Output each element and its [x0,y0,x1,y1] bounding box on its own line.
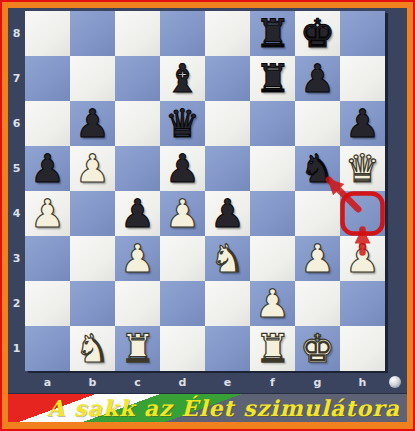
board-area: 87654321 ♜♚♝♜♟♟♛♟♟♟♟♞♛♟♟♟♟♟♞♟♟♟♞♜♜♚ abcd… [8,8,407,393]
square-f3 [250,236,295,281]
square-e7 [205,56,250,101]
piece-white-pawn-h3: ♟ [345,239,380,278]
square-f2: ♟ [250,281,295,326]
rank-label-6: 6 [8,101,25,146]
square-d8 [160,11,205,56]
square-a6 [25,101,70,146]
piece-white-rook-c1: ♜ [120,329,155,368]
square-b6: ♟ [70,101,115,146]
file-label-e: e [205,371,250,393]
poster-orange-frame: 87654321 ♜♚♝♜♟♟♛♟♟♟♟♞♛♟♟♟♟♟♞♟♟♟♞♜♜♚ abcd… [2,2,413,429]
square-e5 [205,146,250,191]
chess-diagram-poster: 87654321 ♜♚♝♜♟♟♛♟♟♟♟♞♛♟♟♟♟♟♞♟♟♟♞♜♜♚ abcd… [0,0,415,431]
piece-black-pawn-d5: ♟ [165,149,200,188]
rank-label-4: 4 [8,191,25,236]
square-g7: ♟ [295,56,340,101]
piece-black-pawn-c4: ♟ [120,194,155,233]
square-c6 [115,101,160,146]
square-a3 [25,236,70,281]
square-b5: ♟ [70,146,115,191]
piece-black-pawn-a5: ♟ [30,149,65,188]
piece-white-queen-h5: ♛ [345,149,380,188]
square-h4 [340,191,385,236]
square-e4: ♟ [205,191,250,236]
piece-white-knight-e3: ♞ [210,239,245,278]
file-label-f: f [250,371,295,393]
piece-white-king-g1: ♚ [300,329,335,368]
square-c8 [115,11,160,56]
square-a2 [25,281,70,326]
square-a4: ♟ [25,191,70,236]
square-g3: ♟ [295,236,340,281]
rank-label-3: 3 [8,236,25,281]
file-labels-row: abcdefgh [8,371,407,393]
piece-white-pawn-g3: ♟ [300,239,335,278]
file-label-c: c [115,371,160,393]
piece-white-knight-b1: ♞ [75,329,110,368]
caption-text: A sakk az Élet szimulátora [47,394,400,422]
square-g5: ♞ [295,146,340,191]
piece-white-pawn-f2: ♟ [255,284,290,323]
square-c5 [115,146,160,191]
square-h5: ♛ [340,146,385,191]
piece-black-knight-g5: ♞ [300,149,335,188]
rank-label-2: 2 [8,281,25,326]
square-b2 [70,281,115,326]
square-e3: ♞ [205,236,250,281]
file-label-h: h [340,371,385,393]
file-label-b: b [70,371,115,393]
file-label-a: a [25,371,70,393]
piece-black-pawn-b6: ♟ [75,104,110,143]
piece-white-pawn-a4: ♟ [30,194,65,233]
square-c2 [115,281,160,326]
piece-black-pawn-e4: ♟ [210,194,245,233]
piece-black-rook-f8: ♜ [255,14,290,53]
square-b4 [70,191,115,236]
square-a8 [25,11,70,56]
square-f5 [250,146,295,191]
square-h1 [340,326,385,371]
square-d3 [160,236,205,281]
square-c1: ♜ [115,326,160,371]
square-f1: ♜ [250,326,295,371]
piece-white-rook-f1: ♜ [255,329,290,368]
rank-label-5: 5 [8,146,25,191]
square-d5: ♟ [160,146,205,191]
square-b1: ♞ [70,326,115,371]
square-c7 [115,56,160,101]
piece-black-queen-d6: ♛ [165,104,200,143]
square-b3 [70,236,115,281]
rank-label-7: 7 [8,56,25,101]
chess-board: ♜♚♝♜♟♟♛♟♟♟♟♞♛♟♟♟♟♟♞♟♟♟♞♜♜♚ [25,11,385,371]
square-h3: ♟ [340,236,385,281]
square-a5: ♟ [25,146,70,191]
diagram-panel: 87654321 ♜♚♝♜♟♟♛♟♟♟♟♞♛♟♟♟♟♟♞♟♟♟♞♜♜♚ abcd… [8,8,407,422]
piece-white-pawn-d4: ♟ [165,194,200,233]
square-g8: ♚ [295,11,340,56]
square-a1 [25,326,70,371]
square-d1 [160,326,205,371]
file-label-g: g [295,371,340,393]
caption-bar: A sakk az Élet szimulátora [8,393,407,422]
file-label-d: d [160,371,205,393]
square-d4: ♟ [160,191,205,236]
rank-labels: 87654321 [8,11,25,371]
piece-black-pawn-g7: ♟ [300,59,335,98]
square-e2 [205,281,250,326]
square-f6 [250,101,295,146]
rank-label-8: 8 [8,11,25,56]
square-h6: ♟ [340,101,385,146]
square-d7: ♝ [160,56,205,101]
square-f7: ♜ [250,56,295,101]
square-d2 [160,281,205,326]
square-h7 [340,56,385,101]
square-f4 [250,191,295,236]
square-g6 [295,101,340,146]
square-g4 [295,191,340,236]
square-h8 [340,11,385,56]
square-e1 [205,326,250,371]
piece-white-pawn-c3: ♟ [120,239,155,278]
rank-label-1: 1 [8,326,25,371]
square-f8: ♜ [250,11,295,56]
square-g1: ♚ [295,326,340,371]
square-a7 [25,56,70,101]
square-c4: ♟ [115,191,160,236]
piece-black-king-g8: ♚ [300,14,335,53]
file-labels: abcdefgh [25,371,385,393]
square-e6 [205,101,250,146]
square-e8 [205,11,250,56]
square-g2 [295,281,340,326]
square-d6: ♛ [160,101,205,146]
square-b7 [70,56,115,101]
side-to-move-indicator-white [389,376,401,388]
piece-white-pawn-b5: ♟ [75,149,110,188]
piece-black-bishop-d7: ♝ [165,59,200,98]
piece-black-pawn-h6: ♟ [345,104,380,143]
square-c3: ♟ [115,236,160,281]
square-b8 [70,11,115,56]
piece-black-rook-f7: ♜ [255,59,290,98]
square-h2 [340,281,385,326]
